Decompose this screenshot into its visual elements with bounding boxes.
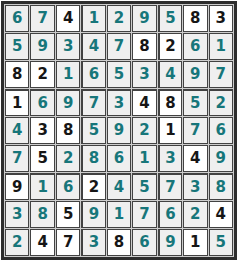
sudoku-cell-r9c8[interactable]: 1 [183,229,207,256]
sudoku-cell-r1c5[interactable]: 2 [107,5,131,32]
sudoku-cell-r9c1[interactable]: 2 [5,229,29,256]
sudoku-cell-r6c3[interactable]: 2 [56,145,80,172]
sudoku-cell-r6c1[interactable]: 7 [5,145,29,172]
sudoku-cell-r9c9[interactable]: 5 [209,229,233,256]
sudoku-cell-r4c5[interactable]: 3 [107,89,131,116]
sudoku-cell-r5c8[interactable]: 7 [183,117,207,144]
sudoku-cell-r4c8[interactable]: 5 [183,89,207,116]
sudoku-cell-r6c8[interactable]: 4 [183,145,207,172]
sudoku-cell-r5c9[interactable]: 6 [209,117,233,144]
sudoku-cell-r3c4[interactable]: 6 [81,61,105,88]
sudoku-cell-r8c5[interactable]: 1 [107,201,131,228]
sudoku-cell-r9c7[interactable]: 9 [158,229,182,256]
sudoku-cell-r2c9[interactable]: 1 [209,33,233,60]
sudoku-cell-r8c6[interactable]: 7 [132,201,156,228]
sudoku-cell-r7c6[interactable]: 5 [132,173,156,200]
sudoku-cell-r9c4[interactable]: 3 [81,229,105,256]
sudoku-cell-r8c2[interactable]: 8 [30,201,54,228]
sudoku-cell-r3c2[interactable]: 2 [30,61,54,88]
sudoku-cell-r4c1[interactable]: 1 [5,89,29,116]
sudoku-cell-r3c9[interactable]: 7 [209,61,233,88]
sudoku-cell-r4c9[interactable]: 2 [209,89,233,116]
sudoku-cell-r1c9[interactable]: 3 [209,5,233,32]
sudoku-cell-r6c9[interactable]: 9 [209,145,233,172]
sudoku-cell-r2c5[interactable]: 7 [107,33,131,60]
sudoku-cell-r8c3[interactable]: 5 [56,201,80,228]
sudoku-cell-r6c5[interactable]: 6 [107,145,131,172]
sudoku-cell-r1c3[interactable]: 4 [56,5,80,32]
sudoku-cell-r7c8[interactable]: 3 [183,173,207,200]
sudoku-cell-r8c7[interactable]: 6 [158,201,182,228]
sudoku-cell-r2c8[interactable]: 6 [183,33,207,60]
sudoku-cell-r4c6[interactable]: 4 [132,89,156,116]
sudoku-cell-r9c6[interactable]: 6 [132,229,156,256]
sudoku-cell-r1c6[interactable]: 9 [132,5,156,32]
sudoku-cell-r8c8[interactable]: 2 [183,201,207,228]
sudoku-cell-r1c2[interactable]: 7 [30,5,54,32]
sudoku-cell-r4c2[interactable]: 6 [30,89,54,116]
sudoku-cell-r7c3[interactable]: 6 [56,173,80,200]
sudoku-cell-r3c3[interactable]: 1 [56,61,80,88]
sudoku-cell-r3c8[interactable]: 9 [183,61,207,88]
sudoku-cell-r7c1[interactable]: 9 [5,173,29,200]
sudoku-cell-r2c4[interactable]: 4 [81,33,105,60]
sudoku-cell-r6c4[interactable]: 8 [81,145,105,172]
sudoku-cell-r5c4[interactable]: 5 [81,117,105,144]
sudoku-cell-r8c1[interactable]: 3 [5,201,29,228]
sudoku-cell-r3c7[interactable]: 4 [158,61,182,88]
sudoku-cell-r9c2[interactable]: 4 [30,229,54,256]
sudoku-cell-r5c2[interactable]: 3 [30,117,54,144]
sudoku-cell-r2c6[interactable]: 8 [132,33,156,60]
sudoku-cell-r1c7[interactable]: 5 [158,5,182,32]
sudoku-cell-r1c1[interactable]: 6 [5,5,29,32]
sudoku-cell-r1c4[interactable]: 1 [81,5,105,32]
sudoku-cell-r1c8[interactable]: 8 [183,5,207,32]
sudoku-cell-r5c6[interactable]: 2 [132,117,156,144]
sudoku-cell-r6c6[interactable]: 1 [132,145,156,172]
sudoku-cell-r9c3[interactable]: 7 [56,229,80,256]
sudoku-cell-r6c7[interactable]: 3 [158,145,182,172]
sudoku-cell-r8c9[interactable]: 4 [209,201,233,228]
sudoku-cell-r4c4[interactable]: 7 [81,89,105,116]
sudoku-cell-r5c1[interactable]: 4 [5,117,29,144]
sudoku-cell-r5c5[interactable]: 9 [107,117,131,144]
sudoku-cell-r2c3[interactable]: 3 [56,33,80,60]
sudoku-cell-r3c5[interactable]: 5 [107,61,131,88]
sudoku-cell-r5c3[interactable]: 8 [56,117,80,144]
sudoku-cell-r7c9[interactable]: 8 [209,173,233,200]
sudoku-cell-r4c7[interactable]: 8 [158,89,182,116]
sudoku-cell-r7c7[interactable]: 7 [158,173,182,200]
sudoku-cell-r6c2[interactable]: 5 [30,145,54,172]
sudoku-cell-r2c7[interactable]: 2 [158,33,182,60]
sudoku-cell-r3c6[interactable]: 3 [132,61,156,88]
sudoku-board: 6741295835934782618216534971697348524385… [1,1,237,260]
sudoku-cell-r3c1[interactable]: 8 [5,61,29,88]
sudoku-cell-r7c5[interactable]: 4 [107,173,131,200]
sudoku-cell-r4c3[interactable]: 9 [56,89,80,116]
sudoku-cell-r8c4[interactable]: 9 [81,201,105,228]
sudoku-cell-r9c5[interactable]: 8 [107,229,131,256]
sudoku-cell-r2c1[interactable]: 5 [5,33,29,60]
sudoku-cell-r5c7[interactable]: 1 [158,117,182,144]
sudoku-cell-r2c2[interactable]: 9 [30,33,54,60]
sudoku-cell-r7c2[interactable]: 1 [30,173,54,200]
sudoku-cell-r7c4[interactable]: 2 [81,173,105,200]
